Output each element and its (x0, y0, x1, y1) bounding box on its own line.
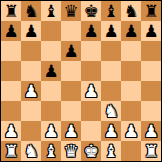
black-knight-g8[interactable]: ♞ (123, 1, 138, 21)
black-king-e8[interactable]: ♚ (83, 1, 98, 21)
square-b6[interactable] (21, 41, 41, 61)
square-f6[interactable] (101, 41, 121, 61)
square-f8[interactable]: ♝ (101, 1, 121, 21)
chess-board-screenshot: ♜♞♝♛♚♝♞♜♟♟♟♟♟♟♟♟♟♟♞♟♟♟♟♟♟♜♞♝♛♚♝♜ (0, 0, 162, 162)
square-g2[interactable]: ♟ (121, 121, 141, 141)
black-pawn-e7[interactable]: ♟ (83, 21, 98, 41)
square-d8[interactable]: ♛ (61, 1, 81, 21)
white-pawn-c2[interactable]: ♟ (43, 121, 58, 141)
white-pawn-b4[interactable]: ♟ (23, 81, 38, 101)
black-queen-d8[interactable]: ♛ (63, 1, 78, 21)
square-d4[interactable] (61, 81, 81, 101)
square-h6[interactable] (141, 41, 161, 61)
chess-board: ♜♞♝♛♚♝♞♜♟♟♟♟♟♟♟♟♟♟♞♟♟♟♟♟♟♜♞♝♛♚♝♜ (0, 0, 162, 162)
black-pawn-c5[interactable]: ♟ (43, 61, 58, 81)
square-e2[interactable] (81, 121, 101, 141)
white-pawn-d2[interactable]: ♟ (63, 121, 78, 141)
white-bishop-f1[interactable]: ♝ (103, 141, 118, 161)
square-d1[interactable]: ♛ (61, 141, 81, 161)
square-g6[interactable] (121, 41, 141, 61)
square-h3[interactable] (141, 101, 161, 121)
white-knight-f3[interactable]: ♞ (103, 101, 118, 121)
white-bishop-c1[interactable]: ♝ (43, 141, 58, 161)
square-h2[interactable]: ♟ (141, 121, 161, 141)
square-f2[interactable]: ♟ (101, 121, 121, 141)
square-c4[interactable] (41, 81, 61, 101)
square-h5[interactable] (141, 61, 161, 81)
black-rook-h8[interactable]: ♜ (143, 1, 158, 21)
white-pawn-f2[interactable]: ♟ (103, 121, 118, 141)
white-pawn-e4[interactable]: ♟ (83, 81, 98, 101)
black-pawn-a7[interactable]: ♟ (3, 21, 18, 41)
square-f5[interactable] (101, 61, 121, 81)
square-e1[interactable]: ♚ (81, 141, 101, 161)
square-d6[interactable]: ♟ (61, 41, 81, 61)
square-c3[interactable] (41, 101, 61, 121)
white-pawn-h2[interactable]: ♟ (143, 121, 158, 141)
square-a7[interactable]: ♟ (1, 21, 21, 41)
square-e5[interactable] (81, 61, 101, 81)
square-f4[interactable] (101, 81, 121, 101)
square-a4[interactable] (1, 81, 21, 101)
white-rook-h1[interactable]: ♜ (143, 141, 158, 161)
square-e8[interactable]: ♚ (81, 1, 101, 21)
black-bishop-f8[interactable]: ♝ (103, 1, 118, 21)
square-d7[interactable] (61, 21, 81, 41)
square-a6[interactable] (1, 41, 21, 61)
square-f1[interactable]: ♝ (101, 141, 121, 161)
square-c8[interactable]: ♝ (41, 1, 61, 21)
square-b5[interactable] (21, 61, 41, 81)
square-h1[interactable]: ♜ (141, 141, 161, 161)
square-c5[interactable]: ♟ (41, 61, 61, 81)
square-f7[interactable]: ♟ (101, 21, 121, 41)
square-a2[interactable]: ♟ (1, 121, 21, 141)
square-h8[interactable]: ♜ (141, 1, 161, 21)
square-g4[interactable] (121, 81, 141, 101)
square-e6[interactable] (81, 41, 101, 61)
square-h7[interactable]: ♟ (141, 21, 161, 41)
square-b2[interactable] (21, 121, 41, 141)
white-rook-a1[interactable]: ♜ (3, 141, 18, 161)
black-pawn-d6[interactable]: ♟ (63, 41, 78, 61)
square-c7[interactable] (41, 21, 61, 41)
square-a3[interactable] (1, 101, 21, 121)
square-d5[interactable] (61, 61, 81, 81)
square-g5[interactable] (121, 61, 141, 81)
black-pawn-g7[interactable]: ♟ (123, 21, 138, 41)
square-e7[interactable]: ♟ (81, 21, 101, 41)
black-pawn-b7[interactable]: ♟ (23, 21, 38, 41)
white-king-e1[interactable]: ♚ (83, 141, 98, 161)
square-e3[interactable] (81, 101, 101, 121)
square-f3[interactable]: ♞ (101, 101, 121, 121)
square-h4[interactable] (141, 81, 161, 101)
square-g1[interactable] (121, 141, 141, 161)
square-b3[interactable] (21, 101, 41, 121)
black-pawn-f7[interactable]: ♟ (103, 21, 118, 41)
black-knight-b8[interactable]: ♞ (23, 1, 38, 21)
black-rook-a8[interactable]: ♜ (3, 1, 18, 21)
square-g8[interactable]: ♞ (121, 1, 141, 21)
square-e4[interactable]: ♟ (81, 81, 101, 101)
square-d3[interactable] (61, 101, 81, 121)
white-queen-d1[interactable]: ♛ (63, 141, 78, 161)
white-pawn-a2[interactable]: ♟ (3, 121, 18, 141)
square-g7[interactable]: ♟ (121, 21, 141, 41)
square-a5[interactable] (1, 61, 21, 81)
square-b4[interactable]: ♟ (21, 81, 41, 101)
square-c6[interactable] (41, 41, 61, 61)
white-pawn-g2[interactable]: ♟ (123, 121, 138, 141)
white-knight-b1[interactable]: ♞ (23, 141, 38, 161)
square-c2[interactable]: ♟ (41, 121, 61, 141)
square-b7[interactable]: ♟ (21, 21, 41, 41)
square-b1[interactable]: ♞ (21, 141, 41, 161)
black-bishop-c8[interactable]: ♝ (43, 1, 58, 21)
square-a1[interactable]: ♜ (1, 141, 21, 161)
square-b8[interactable]: ♞ (21, 1, 41, 21)
square-c1[interactable]: ♝ (41, 141, 61, 161)
square-g3[interactable] (121, 101, 141, 121)
square-d2[interactable]: ♟ (61, 121, 81, 141)
square-a8[interactable]: ♜ (1, 1, 21, 21)
black-pawn-h7[interactable]: ♟ (143, 21, 158, 41)
